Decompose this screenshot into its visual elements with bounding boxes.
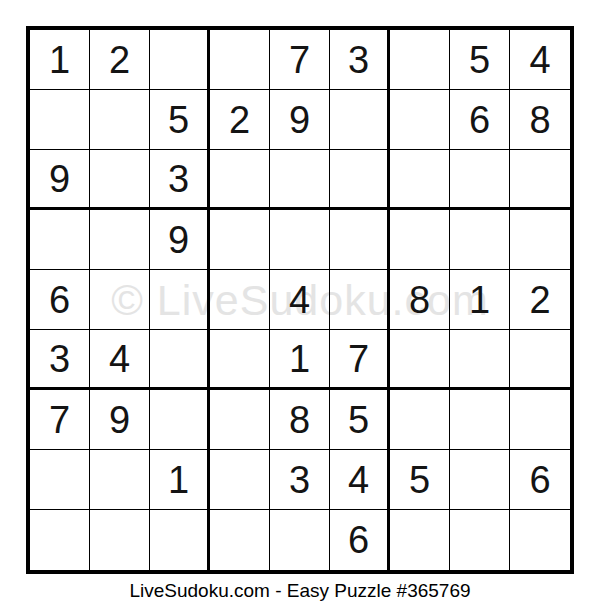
- cell-r8c9[interactable]: 6: [510, 450, 570, 510]
- cell-r9c5[interactable]: [270, 510, 330, 570]
- cell-r4c2[interactable]: [90, 210, 150, 270]
- cell-r4c8[interactable]: [450, 210, 510, 270]
- given-digit: 2: [229, 101, 250, 139]
- cell-r4c4[interactable]: [210, 210, 270, 270]
- cell-r9c3[interactable]: [150, 510, 210, 570]
- cell-r5c7[interactable]: 8: [390, 270, 450, 330]
- given-digit: 6: [469, 101, 490, 139]
- cell-r4c5[interactable]: [270, 210, 330, 270]
- cell-r9c9[interactable]: [510, 510, 570, 570]
- cell-r6c8[interactable]: [450, 330, 510, 390]
- cell-r6c9[interactable]: [510, 330, 570, 390]
- cell-r5c9[interactable]: 2: [510, 270, 570, 330]
- cell-r2c5[interactable]: 9: [270, 90, 330, 150]
- cell-r2c2[interactable]: [90, 90, 150, 150]
- cell-r8c4[interactable]: [210, 450, 270, 510]
- cell-r6c5[interactable]: 1: [270, 330, 330, 390]
- cell-r9c1[interactable]: [30, 510, 90, 570]
- given-digit: 6: [49, 281, 70, 319]
- cell-r8c1[interactable]: [30, 450, 90, 510]
- cell-r5c3[interactable]: [150, 270, 210, 330]
- cell-r5c5[interactable]: 4: [270, 270, 330, 330]
- cell-r2c7[interactable]: [390, 90, 450, 150]
- given-digit: 5: [348, 401, 369, 439]
- cell-r3c7[interactable]: [390, 150, 450, 210]
- cell-r8c7[interactable]: 5: [390, 450, 450, 510]
- cell-r8c2[interactable]: [90, 450, 150, 510]
- cell-r5c1[interactable]: 6: [30, 270, 90, 330]
- cell-r4c6[interactable]: [330, 210, 390, 270]
- cell-r6c7[interactable]: [390, 330, 450, 390]
- given-digit: 8: [529, 101, 550, 139]
- given-digit: 7: [49, 401, 70, 439]
- given-digit: 9: [289, 101, 310, 139]
- given-digit: 3: [289, 461, 310, 499]
- cell-r9c6[interactable]: 6: [330, 510, 390, 570]
- cell-r2c6[interactable]: [330, 90, 390, 150]
- cell-r9c8[interactable]: [450, 510, 510, 570]
- given-digit: 8: [289, 401, 310, 439]
- given-digit: 7: [348, 340, 369, 378]
- cell-r1c3[interactable]: [150, 30, 210, 90]
- given-digit: 2: [109, 41, 130, 79]
- cell-r6c3[interactable]: [150, 330, 210, 390]
- given-digit: 5: [168, 101, 189, 139]
- cell-r2c1[interactable]: [30, 90, 90, 150]
- sudoku-grid: 127354529689396481234177985134566: [30, 30, 570, 570]
- cell-r6c2[interactable]: 4: [90, 330, 150, 390]
- cell-r3c8[interactable]: [450, 150, 510, 210]
- given-digit: 6: [348, 521, 369, 559]
- given-digit: 5: [469, 41, 490, 79]
- cell-r8c8[interactable]: [450, 450, 510, 510]
- given-digit: 5: [409, 461, 430, 499]
- cell-r1c8[interactable]: 5: [450, 30, 510, 90]
- cell-r4c7[interactable]: [390, 210, 450, 270]
- cell-r6c1[interactable]: 3: [30, 330, 90, 390]
- given-digit: 2: [529, 281, 550, 319]
- cell-r5c8[interactable]: 1: [450, 270, 510, 330]
- cell-r7c7[interactable]: [390, 390, 450, 450]
- given-digit: 3: [168, 160, 189, 198]
- given-digit: 3: [348, 41, 369, 79]
- given-digit: 1: [168, 461, 189, 499]
- given-digit: 3: [49, 340, 70, 378]
- cell-r1c4[interactable]: [210, 30, 270, 90]
- cell-r3c3[interactable]: 3: [150, 150, 210, 210]
- cell-r3c6[interactable]: [330, 150, 390, 210]
- cell-r1c2[interactable]: 2: [90, 30, 150, 90]
- cell-r2c9[interactable]: 8: [510, 90, 570, 150]
- given-digit: 4: [289, 281, 310, 319]
- puzzle-caption: LiveSudoku.com - Easy Puzzle #365769: [0, 580, 600, 602]
- given-digit: 4: [348, 461, 369, 499]
- cell-r8c3[interactable]: 1: [150, 450, 210, 510]
- cell-r7c9[interactable]: [510, 390, 570, 450]
- cell-r6c6[interactable]: 7: [330, 330, 390, 390]
- given-digit: 8: [409, 281, 430, 319]
- cell-r8c5[interactable]: 3: [270, 450, 330, 510]
- given-digit: 7: [289, 41, 310, 79]
- given-digit: 6: [529, 461, 550, 499]
- sudoku-page: © LiveSudoku.com 12735452968939648123417…: [0, 0, 600, 615]
- cell-r1c1[interactable]: 1: [30, 30, 90, 90]
- given-digit: 9: [49, 160, 70, 198]
- cell-r1c6[interactable]: 3: [330, 30, 390, 90]
- cell-r5c2[interactable]: [90, 270, 150, 330]
- cell-r7c5[interactable]: 8: [270, 390, 330, 450]
- cell-r9c4[interactable]: [210, 510, 270, 570]
- cell-r4c9[interactable]: [510, 210, 570, 270]
- given-digit: 4: [529, 41, 550, 79]
- given-digit: 9: [168, 221, 189, 259]
- cell-r2c8[interactable]: 6: [450, 90, 510, 150]
- cell-r2c3[interactable]: 5: [150, 90, 210, 150]
- cell-r7c3[interactable]: [150, 390, 210, 450]
- cell-r7c1[interactable]: 7: [30, 390, 90, 450]
- cell-r3c4[interactable]: [210, 150, 270, 210]
- cell-r4c3[interactable]: 9: [150, 210, 210, 270]
- cell-r2c4[interactable]: 2: [210, 90, 270, 150]
- cell-r1c9[interactable]: 4: [510, 30, 570, 90]
- cell-r1c7[interactable]: [390, 30, 450, 90]
- cell-r7c2[interactable]: 9: [90, 390, 150, 450]
- cell-r4c1[interactable]: [30, 210, 90, 270]
- given-digit: 1: [469, 281, 490, 319]
- given-digit: 9: [109, 401, 130, 439]
- given-digit: 4: [109, 340, 130, 378]
- cell-r9c2[interactable]: [90, 510, 150, 570]
- cell-r9c7[interactable]: [390, 510, 450, 570]
- sudoku-board: © LiveSudoku.com 12735452968939648123417…: [26, 26, 574, 574]
- cell-r6c4[interactable]: [210, 330, 270, 390]
- cell-r7c8[interactable]: [450, 390, 510, 450]
- cell-r1c5[interactable]: 7: [270, 30, 330, 90]
- given-digit: 1: [289, 340, 310, 378]
- cell-r3c5[interactable]: [270, 150, 330, 210]
- cell-r3c1[interactable]: 9: [30, 150, 90, 210]
- cell-r3c2[interactable]: [90, 150, 150, 210]
- cell-r7c6[interactable]: 5: [330, 390, 390, 450]
- cell-r8c6[interactable]: 4: [330, 450, 390, 510]
- cell-r5c6[interactable]: [330, 270, 390, 330]
- cell-r5c4[interactable]: [210, 270, 270, 330]
- cell-r7c4[interactable]: [210, 390, 270, 450]
- cell-r3c9[interactable]: [510, 150, 570, 210]
- given-digit: 1: [49, 41, 70, 79]
